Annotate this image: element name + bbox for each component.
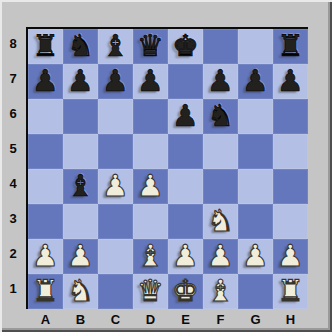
piece-white-knight[interactable]: ♞ — [207, 204, 234, 238]
file-label-f: F — [203, 309, 238, 330]
piece-black-pawn[interactable]: ♟ — [207, 64, 234, 98]
rank-label-5: 5 — [0, 131, 26, 166]
file-label-g: G — [238, 309, 273, 330]
piece-white-king[interactable]: ♚ — [172, 274, 199, 308]
file-label-b: B — [63, 309, 98, 330]
square-h5[interactable] — [273, 134, 308, 169]
piece-black-king[interactable]: ♚ — [172, 29, 199, 63]
square-b7[interactable]: ♟ — [63, 64, 98, 99]
square-g6[interactable] — [238, 99, 273, 134]
square-f3[interactable]: ♞ — [203, 204, 238, 239]
piece-white-knight[interactable]: ♞ — [67, 274, 94, 308]
piece-black-pawn[interactable]: ♟ — [242, 64, 269, 98]
piece-white-rook[interactable]: ♜ — [32, 274, 59, 308]
square-e5[interactable] — [168, 134, 203, 169]
piece-black-pawn[interactable]: ♟ — [172, 99, 199, 133]
square-c3[interactable] — [98, 204, 133, 239]
square-a8[interactable]: ♜ — [28, 29, 63, 64]
square-a1[interactable]: ♜ — [28, 274, 63, 309]
square-c1[interactable] — [98, 274, 133, 309]
square-f4[interactable] — [203, 169, 238, 204]
square-d2[interactable]: ♝ — [133, 239, 168, 274]
square-g4[interactable] — [238, 169, 273, 204]
square-f2[interactable]: ♟ — [203, 239, 238, 274]
square-a4[interactable] — [28, 169, 63, 204]
square-g7[interactable]: ♟ — [238, 64, 273, 99]
square-d8[interactable]: ♛ — [133, 29, 168, 64]
piece-black-bishop[interactable]: ♝ — [102, 29, 129, 63]
square-h7[interactable]: ♟ — [273, 64, 308, 99]
rank-label-8: 8 — [0, 26, 26, 61]
square-g3[interactable] — [238, 204, 273, 239]
square-b5[interactable] — [63, 134, 98, 169]
square-c5[interactable] — [98, 134, 133, 169]
square-c2[interactable] — [98, 239, 133, 274]
piece-black-queen[interactable]: ♛ — [137, 29, 164, 63]
square-a5[interactable] — [28, 134, 63, 169]
square-e4[interactable] — [168, 169, 203, 204]
piece-black-pawn[interactable]: ♟ — [102, 64, 129, 98]
square-a3[interactable] — [28, 204, 63, 239]
piece-white-pawn[interactable]: ♟ — [172, 239, 199, 273]
square-e8[interactable]: ♚ — [168, 29, 203, 64]
square-h3[interactable] — [273, 204, 308, 239]
square-b3[interactable] — [63, 204, 98, 239]
rank-label-1: 1 — [0, 271, 26, 306]
square-h2[interactable]: ♟ — [273, 239, 308, 274]
square-f7[interactable]: ♟ — [203, 64, 238, 99]
piece-black-rook[interactable]: ♜ — [32, 29, 59, 63]
square-f1[interactable]: ♝ — [203, 274, 238, 309]
board-frame: 87654321 ♜♞♝♛♚♜♟♟♟♟♟♟♟♟♞♝♟♟♞♟♟♝♟♟♟♟♜♞♛♚♝… — [0, 0, 332, 332]
square-d3[interactable] — [133, 204, 168, 239]
square-b6[interactable] — [63, 99, 98, 134]
piece-white-bishop[interactable]: ♝ — [137, 239, 164, 273]
piece-black-bishop[interactable]: ♝ — [67, 169, 94, 203]
square-a6[interactable] — [28, 99, 63, 134]
square-b8[interactable]: ♞ — [63, 29, 98, 64]
square-c4[interactable]: ♟ — [98, 169, 133, 204]
square-c7[interactable]: ♟ — [98, 64, 133, 99]
piece-black-pawn[interactable]: ♟ — [137, 64, 164, 98]
piece-white-pawn[interactable]: ♟ — [32, 239, 59, 273]
piece-white-pawn[interactable]: ♟ — [67, 239, 94, 273]
piece-black-pawn[interactable]: ♟ — [277, 64, 304, 98]
rank-label-4: 4 — [0, 166, 26, 201]
square-b2[interactable]: ♟ — [63, 239, 98, 274]
file-label-c: C — [98, 309, 133, 330]
piece-white-pawn[interactable]: ♟ — [277, 239, 304, 273]
piece-white-bishop[interactable]: ♝ — [207, 274, 234, 308]
rank-label-3: 3 — [0, 201, 26, 236]
file-label-h: H — [273, 309, 308, 330]
square-h8[interactable]: ♜ — [273, 29, 308, 64]
file-label-a: A — [28, 309, 63, 330]
piece-white-pawn[interactable]: ♟ — [207, 239, 234, 273]
square-d7[interactable]: ♟ — [133, 64, 168, 99]
piece-black-pawn[interactable]: ♟ — [32, 64, 59, 98]
square-e1[interactable]: ♚ — [168, 274, 203, 309]
square-c8[interactable]: ♝ — [98, 29, 133, 64]
square-e3[interactable] — [168, 204, 203, 239]
square-h6[interactable] — [273, 99, 308, 134]
chess-board: ♜♞♝♛♚♜♟♟♟♟♟♟♟♟♞♝♟♟♞♟♟♝♟♟♟♟♜♞♛♚♝♜ — [26, 27, 308, 309]
rank-label-6: 6 — [0, 96, 26, 131]
square-d1[interactable]: ♛ — [133, 274, 168, 309]
square-d5[interactable] — [133, 134, 168, 169]
piece-white-pawn[interactable]: ♟ — [137, 169, 164, 203]
file-coordinates: ABCDEFGH — [28, 309, 308, 330]
piece-white-pawn[interactable]: ♟ — [102, 169, 129, 203]
square-f5[interactable] — [203, 134, 238, 169]
piece-white-rook[interactable]: ♜ — [277, 274, 304, 308]
piece-white-queen[interactable]: ♛ — [137, 274, 164, 308]
square-f8[interactable] — [203, 29, 238, 64]
rank-label-2: 2 — [0, 236, 26, 271]
file-label-e: E — [168, 309, 203, 330]
square-e6[interactable]: ♟ — [168, 99, 203, 134]
rank-label-7: 7 — [0, 61, 26, 96]
square-b4[interactable]: ♝ — [63, 169, 98, 204]
piece-black-rook[interactable]: ♜ — [277, 29, 304, 63]
rank-coordinates: 87654321 — [0, 29, 26, 309]
piece-black-knight[interactable]: ♞ — [207, 99, 234, 133]
square-a7[interactable]: ♟ — [28, 64, 63, 99]
square-e2[interactable]: ♟ — [168, 239, 203, 274]
square-e7[interactable] — [168, 64, 203, 99]
square-d4[interactable]: ♟ — [133, 169, 168, 204]
piece-white-pawn[interactable]: ♟ — [242, 239, 269, 273]
square-b1[interactable]: ♞ — [63, 274, 98, 309]
square-f6[interactable]: ♞ — [203, 99, 238, 134]
file-label-d: D — [133, 309, 168, 330]
square-g5[interactable] — [238, 134, 273, 169]
square-c6[interactable] — [98, 99, 133, 134]
square-h1[interactable]: ♜ — [273, 274, 308, 309]
square-g1[interactable] — [238, 274, 273, 309]
piece-black-pawn[interactable]: ♟ — [67, 64, 94, 98]
square-g2[interactable]: ♟ — [238, 239, 273, 274]
square-d6[interactable] — [133, 99, 168, 134]
piece-black-knight[interactable]: ♞ — [67, 29, 94, 63]
square-g8[interactable] — [238, 29, 273, 64]
square-h4[interactable] — [273, 169, 308, 204]
square-a2[interactable]: ♟ — [28, 239, 63, 274]
